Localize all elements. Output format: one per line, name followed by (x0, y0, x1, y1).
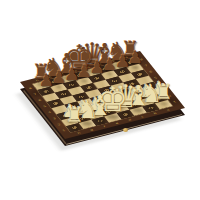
chess-set-photo: 8877665544332211hhggffeeddccbbaa ♜♞♝♛♚♝♞… (0, 0, 200, 200)
white-rook-h1: ♜ (65, 104, 84, 125)
black-pawn-h7: ♟ (38, 72, 53, 89)
